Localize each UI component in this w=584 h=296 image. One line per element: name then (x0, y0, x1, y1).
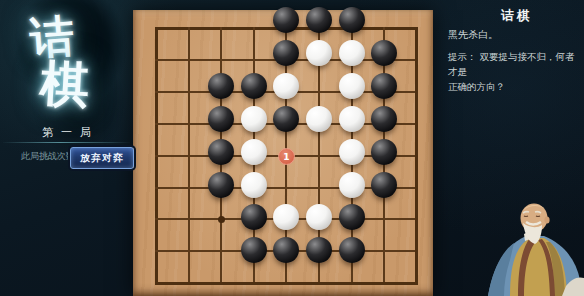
npc-eye-right (536, 216, 540, 217)
panel-title: 诘棋 (447, 7, 584, 25)
move-marker-1: 1 (278, 148, 295, 165)
stone-white-r7c5[interactable] (273, 204, 299, 230)
objective-text: 黑先杀白。 (448, 28, 498, 42)
stage-name: 第一局 (0, 125, 133, 140)
sidebar-divider (3, 142, 130, 143)
hint-line-1: 提示： 双要提与接不归，何者才是 (448, 51, 575, 77)
stone-white-r4c6[interactable] (306, 106, 332, 132)
stone-white-r6c7[interactable] (339, 172, 365, 198)
stone-white-r4c4[interactable] (241, 106, 267, 132)
stone-white-r2c7[interactable] (339, 40, 365, 66)
stone-black-r8c6[interactable] (306, 237, 332, 263)
hint-text: 提示： 双要提与接不归，何者才是正确的方向？ (448, 49, 584, 94)
stone-black-r2c8[interactable] (371, 40, 397, 66)
stone-black-r1c6[interactable] (306, 7, 332, 33)
npc-ear (544, 216, 549, 223)
stone-black-r2c5[interactable] (273, 40, 299, 66)
star-point (218, 216, 225, 223)
stone-white-r4c7[interactable] (339, 106, 365, 132)
stone-black-r3c3[interactable] (208, 73, 234, 99)
stone-black-r7c7[interactable] (339, 204, 365, 230)
stone-white-r5c4[interactable] (241, 139, 267, 165)
stone-white-r5c7[interactable] (339, 139, 365, 165)
stone-white-r7c6[interactable] (306, 204, 332, 230)
give-up-button[interactable]: 放弃对弈 (70, 147, 134, 169)
stone-white-r3c7[interactable] (339, 73, 365, 99)
npc-eye-left (524, 216, 528, 217)
grid-line-horizontal (155, 282, 419, 285)
stone-white-r2c6[interactable] (306, 40, 332, 66)
stone-black-r8c4[interactable] (241, 237, 267, 263)
stone-black-r1c7[interactable] (339, 7, 365, 33)
stone-black-r5c3[interactable] (208, 139, 234, 165)
stone-black-r8c5[interactable] (273, 237, 299, 263)
stone-white-r6c4[interactable] (241, 172, 267, 198)
stone-black-r4c5[interactable] (273, 106, 299, 132)
stone-black-r7c4[interactable] (241, 204, 267, 230)
stone-black-r8c7[interactable] (339, 237, 365, 263)
calligraphy-char-bottom: 棋 (38, 51, 90, 119)
stone-black-r6c3[interactable] (208, 172, 234, 198)
go-board[interactable]: 1 (133, 10, 433, 296)
stone-white-r3c5[interactable] (273, 73, 299, 99)
stone-black-r5c8[interactable] (371, 139, 397, 165)
right-panel: 诘棋 黑先杀白。 提示： 双要提与接不归，何者才是正确的方向？ (447, 0, 584, 200)
hint-line-2: 正确的方向？ (448, 81, 505, 92)
old-man-character (480, 196, 584, 296)
grid-line-vertical (415, 27, 418, 285)
stone-black-r4c3[interactable] (208, 106, 234, 132)
stone-black-r6c8[interactable] (371, 172, 397, 198)
stone-black-r3c4[interactable] (241, 73, 267, 99)
stone-black-r3c8[interactable] (371, 73, 397, 99)
stone-black-r4c8[interactable] (371, 106, 397, 132)
